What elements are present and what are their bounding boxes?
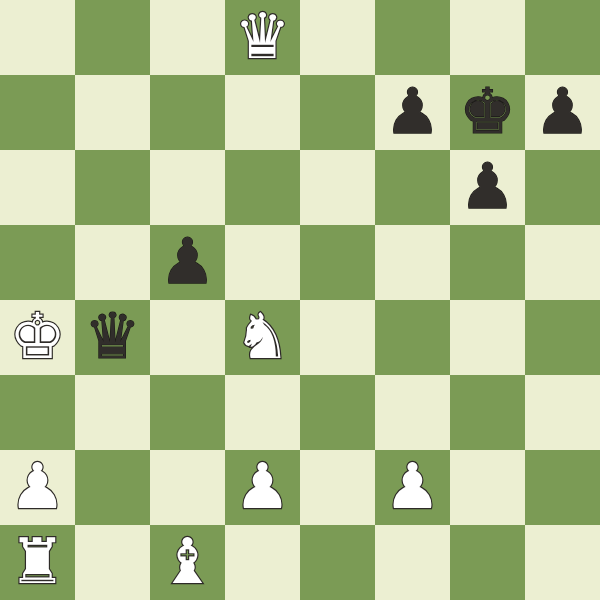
square-c4[interactable] <box>150 300 225 375</box>
square-f3[interactable] <box>375 375 450 450</box>
square-e1[interactable] <box>300 525 375 600</box>
square-h2[interactable] <box>525 450 600 525</box>
square-g4[interactable] <box>450 300 525 375</box>
square-h3[interactable] <box>525 375 600 450</box>
square-c8[interactable] <box>150 0 225 75</box>
square-a8[interactable] <box>0 0 75 75</box>
square-b4[interactable]: ♛ <box>75 300 150 375</box>
square-f2[interactable]: ♟ <box>375 450 450 525</box>
square-g2[interactable] <box>450 450 525 525</box>
square-b1[interactable] <box>75 525 150 600</box>
square-h4[interactable] <box>525 300 600 375</box>
square-b8[interactable] <box>75 0 150 75</box>
square-f7[interactable]: ♟ <box>375 75 450 150</box>
square-f8[interactable] <box>375 0 450 75</box>
square-e6[interactable] <box>300 150 375 225</box>
square-a4[interactable]: ♚ <box>0 300 75 375</box>
square-c1[interactable]: ♝ <box>150 525 225 600</box>
square-f1[interactable] <box>375 525 450 600</box>
square-c7[interactable] <box>150 75 225 150</box>
square-d3[interactable] <box>225 375 300 450</box>
square-a6[interactable] <box>0 150 75 225</box>
square-d5[interactable] <box>225 225 300 300</box>
square-e7[interactable] <box>300 75 375 150</box>
white-rook[interactable]: ♜ <box>9 530 65 593</box>
white-bishop[interactable]: ♝ <box>159 530 215 593</box>
square-b6[interactable] <box>75 150 150 225</box>
white-pawn[interactable]: ♟ <box>384 455 440 518</box>
square-b7[interactable] <box>75 75 150 150</box>
black-pawn[interactable]: ♟ <box>459 155 515 218</box>
square-e8[interactable] <box>300 0 375 75</box>
square-c2[interactable] <box>150 450 225 525</box>
square-b2[interactable] <box>75 450 150 525</box>
square-a5[interactable] <box>0 225 75 300</box>
white-knight[interactable]: ♞ <box>234 305 290 368</box>
square-a2[interactable]: ♟ <box>0 450 75 525</box>
square-f6[interactable] <box>375 150 450 225</box>
square-d8[interactable]: ♛ <box>225 0 300 75</box>
square-e2[interactable] <box>300 450 375 525</box>
white-king[interactable]: ♚ <box>9 305 65 368</box>
square-d6[interactable] <box>225 150 300 225</box>
square-c3[interactable] <box>150 375 225 450</box>
square-g3[interactable] <box>450 375 525 450</box>
square-c6[interactable] <box>150 150 225 225</box>
square-h5[interactable] <box>525 225 600 300</box>
square-h8[interactable] <box>525 0 600 75</box>
square-d1[interactable] <box>225 525 300 600</box>
black-queen[interactable]: ♛ <box>84 305 140 368</box>
white-pawn[interactable]: ♟ <box>234 455 290 518</box>
square-d7[interactable] <box>225 75 300 150</box>
square-b5[interactable] <box>75 225 150 300</box>
square-h7[interactable]: ♟ <box>525 75 600 150</box>
black-pawn[interactable]: ♟ <box>534 80 590 143</box>
square-f4[interactable] <box>375 300 450 375</box>
square-e4[interactable] <box>300 300 375 375</box>
square-h6[interactable] <box>525 150 600 225</box>
square-g5[interactable] <box>450 225 525 300</box>
square-d4[interactable]: ♞ <box>225 300 300 375</box>
square-a3[interactable] <box>0 375 75 450</box>
square-e5[interactable] <box>300 225 375 300</box>
square-g8[interactable] <box>450 0 525 75</box>
square-d2[interactable]: ♟ <box>225 450 300 525</box>
black-pawn[interactable]: ♟ <box>384 80 440 143</box>
white-queen[interactable]: ♛ <box>234 5 290 68</box>
square-a7[interactable] <box>0 75 75 150</box>
square-h1[interactable] <box>525 525 600 600</box>
black-pawn[interactable]: ♟ <box>159 230 215 293</box>
square-c5[interactable]: ♟ <box>150 225 225 300</box>
square-e3[interactable] <box>300 375 375 450</box>
white-pawn[interactable]: ♟ <box>9 455 65 518</box>
square-b3[interactable] <box>75 375 150 450</box>
square-f5[interactable] <box>375 225 450 300</box>
square-g6[interactable]: ♟ <box>450 150 525 225</box>
square-g7[interactable]: ♚ <box>450 75 525 150</box>
square-g1[interactable] <box>450 525 525 600</box>
square-a1[interactable]: ♜ <box>0 525 75 600</box>
chess-board: ♛♟♚♟♟♟♚♛♞♟♟♟♜♝ <box>0 0 600 600</box>
black-king[interactable]: ♚ <box>459 80 515 143</box>
